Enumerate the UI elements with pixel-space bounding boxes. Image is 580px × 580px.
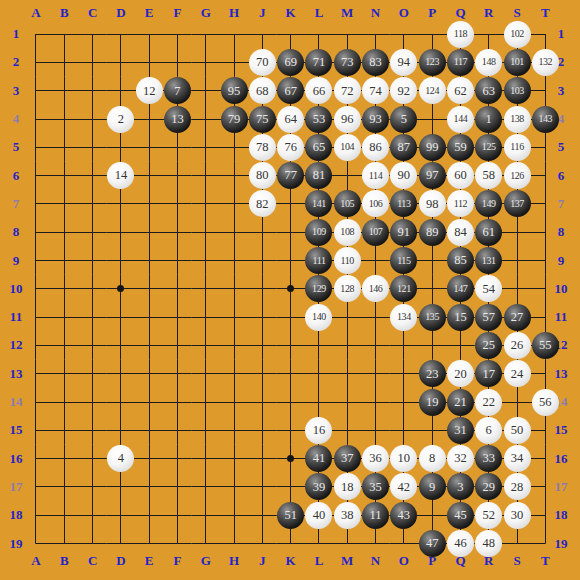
intersection-E9[interactable]: [135, 246, 163, 274]
intersection-D15[interactable]: [107, 416, 135, 444]
intersection-L13[interactable]: [305, 360, 333, 388]
intersection-Q19[interactable]: 46: [446, 529, 474, 557]
intersection-F10[interactable]: [163, 275, 191, 303]
intersection-H2[interactable]: [220, 48, 248, 76]
intersection-L4[interactable]: 53: [305, 105, 333, 133]
intersection-T14[interactable]: 56: [531, 388, 559, 416]
intersection-D18[interactable]: [107, 501, 135, 529]
intersection-P5[interactable]: 99: [418, 133, 446, 161]
intersection-N15[interactable]: [361, 416, 389, 444]
intersection-O6[interactable]: 90: [390, 162, 418, 190]
intersection-T13[interactable]: [531, 360, 559, 388]
intersection-P14[interactable]: 19: [418, 388, 446, 416]
intersection-T12[interactable]: 55: [531, 331, 559, 359]
intersection-K10[interactable]: [277, 275, 305, 303]
intersection-F12[interactable]: [163, 331, 191, 359]
intersection-A11[interactable]: [22, 303, 50, 331]
intersection-Q14[interactable]: 21: [446, 388, 474, 416]
intersection-K12[interactable]: [277, 331, 305, 359]
intersection-A17[interactable]: [22, 473, 50, 501]
intersection-C6[interactable]: [78, 162, 106, 190]
intersection-E15[interactable]: [135, 416, 163, 444]
intersection-K18[interactable]: 51: [277, 501, 305, 529]
intersection-N8[interactable]: 107: [361, 218, 389, 246]
intersection-J3[interactable]: 68: [248, 77, 276, 105]
intersection-G6[interactable]: [192, 162, 220, 190]
intersection-N19[interactable]: [361, 529, 389, 557]
intersection-G14[interactable]: [192, 388, 220, 416]
intersection-S5[interactable]: 116: [503, 133, 531, 161]
intersection-F14[interactable]: [163, 388, 191, 416]
intersection-H11[interactable]: [220, 303, 248, 331]
intersection-N13[interactable]: [361, 360, 389, 388]
intersection-P18[interactable]: [418, 501, 446, 529]
intersection-T11[interactable]: [531, 303, 559, 331]
intersection-C17[interactable]: [78, 473, 106, 501]
intersection-P1[interactable]: [418, 20, 446, 48]
intersection-B10[interactable]: [50, 275, 78, 303]
intersection-L16[interactable]: 41: [305, 445, 333, 473]
intersection-R15[interactable]: 6: [475, 416, 503, 444]
intersection-S9[interactable]: [503, 246, 531, 274]
intersection-Q11[interactable]: 15: [446, 303, 474, 331]
intersection-F16[interactable]: [163, 445, 191, 473]
intersection-P19[interactable]: 47: [418, 529, 446, 557]
intersection-D16[interactable]: 4: [107, 445, 135, 473]
intersection-F11[interactable]: [163, 303, 191, 331]
intersection-N4[interactable]: 93: [361, 105, 389, 133]
intersection-S14[interactable]: [503, 388, 531, 416]
intersection-M2[interactable]: 73: [333, 48, 361, 76]
intersection-B5[interactable]: [50, 133, 78, 161]
intersection-A15[interactable]: [22, 416, 50, 444]
intersection-G1[interactable]: [192, 20, 220, 48]
intersection-K15[interactable]: [277, 416, 305, 444]
intersection-L8[interactable]: 109: [305, 218, 333, 246]
intersection-L9[interactable]: 111: [305, 246, 333, 274]
intersection-D4[interactable]: 2: [107, 105, 135, 133]
intersection-J5[interactable]: 78: [248, 133, 276, 161]
intersection-O9[interactable]: 115: [390, 246, 418, 274]
intersection-C12[interactable]: [78, 331, 106, 359]
intersection-F13[interactable]: [163, 360, 191, 388]
intersection-Q8[interactable]: 84: [446, 218, 474, 246]
intersection-F18[interactable]: [163, 501, 191, 529]
intersection-K1[interactable]: [277, 20, 305, 48]
intersection-F19[interactable]: [163, 529, 191, 557]
intersection-L1[interactable]: [305, 20, 333, 48]
intersection-G15[interactable]: [192, 416, 220, 444]
intersection-L7[interactable]: 141: [305, 190, 333, 218]
intersection-E1[interactable]: [135, 20, 163, 48]
intersection-R4[interactable]: 1: [475, 105, 503, 133]
intersection-T9[interactable]: [531, 246, 559, 274]
intersection-H16[interactable]: [220, 445, 248, 473]
intersection-C3[interactable]: [78, 77, 106, 105]
intersection-S12[interactable]: 26: [503, 331, 531, 359]
intersection-S2[interactable]: 101: [503, 48, 531, 76]
intersection-S10[interactable]: [503, 275, 531, 303]
intersection-M3[interactable]: 72: [333, 77, 361, 105]
intersection-N18[interactable]: 11: [361, 501, 389, 529]
intersection-R1[interactable]: [475, 20, 503, 48]
intersection-E13[interactable]: [135, 360, 163, 388]
intersection-G8[interactable]: [192, 218, 220, 246]
intersection-P10[interactable]: [418, 275, 446, 303]
intersection-Q10[interactable]: 147: [446, 275, 474, 303]
intersection-T5[interactable]: [531, 133, 559, 161]
intersection-J8[interactable]: [248, 218, 276, 246]
intersection-K11[interactable]: [277, 303, 305, 331]
intersection-H3[interactable]: 95: [220, 77, 248, 105]
intersection-A2[interactable]: [22, 48, 50, 76]
intersection-F6[interactable]: [163, 162, 191, 190]
intersection-R7[interactable]: 149: [475, 190, 503, 218]
intersection-D11[interactable]: [107, 303, 135, 331]
intersection-H19[interactable]: [220, 529, 248, 557]
intersection-J1[interactable]: [248, 20, 276, 48]
intersection-H9[interactable]: [220, 246, 248, 274]
intersection-F7[interactable]: [163, 190, 191, 218]
intersection-A9[interactable]: [22, 246, 50, 274]
intersection-O8[interactable]: 91: [390, 218, 418, 246]
intersection-A13[interactable]: [22, 360, 50, 388]
intersection-G19[interactable]: [192, 529, 220, 557]
intersection-G3[interactable]: [192, 77, 220, 105]
intersection-B12[interactable]: [50, 331, 78, 359]
intersection-S13[interactable]: 24: [503, 360, 531, 388]
intersection-M17[interactable]: 18: [333, 473, 361, 501]
intersection-M6[interactable]: [333, 162, 361, 190]
intersection-R19[interactable]: 48: [475, 529, 503, 557]
intersection-Q6[interactable]: 60: [446, 162, 474, 190]
intersection-R11[interactable]: 57: [475, 303, 503, 331]
intersection-M15[interactable]: [333, 416, 361, 444]
intersection-F4[interactable]: 13: [163, 105, 191, 133]
intersection-Q13[interactable]: 20: [446, 360, 474, 388]
intersection-R8[interactable]: 61: [475, 218, 503, 246]
intersection-P16[interactable]: 8: [418, 445, 446, 473]
intersection-J11[interactable]: [248, 303, 276, 331]
intersection-L18[interactable]: 40: [305, 501, 333, 529]
intersection-K16[interactable]: [277, 445, 305, 473]
intersection-J6[interactable]: 80: [248, 162, 276, 190]
intersection-S19[interactable]: [503, 529, 531, 557]
intersection-F2[interactable]: [163, 48, 191, 76]
intersection-B14[interactable]: [50, 388, 78, 416]
intersection-Q5[interactable]: 59: [446, 133, 474, 161]
intersection-K9[interactable]: [277, 246, 305, 274]
intersection-B13[interactable]: [50, 360, 78, 388]
intersection-B2[interactable]: [50, 48, 78, 76]
intersection-Q2[interactable]: 117: [446, 48, 474, 76]
intersection-E18[interactable]: [135, 501, 163, 529]
intersection-H6[interactable]: [220, 162, 248, 190]
intersection-B19[interactable]: [50, 529, 78, 557]
intersection-L5[interactable]: 65: [305, 133, 333, 161]
intersection-K4[interactable]: 64: [277, 105, 305, 133]
intersection-A5[interactable]: [22, 133, 50, 161]
intersection-R9[interactable]: 131: [475, 246, 503, 274]
intersection-M4[interactable]: 96: [333, 105, 361, 133]
intersection-L2[interactable]: 71: [305, 48, 333, 76]
intersection-S1[interactable]: 102: [503, 20, 531, 48]
intersection-L12[interactable]: [305, 331, 333, 359]
intersection-D3[interactable]: [107, 77, 135, 105]
intersection-R5[interactable]: 125: [475, 133, 503, 161]
intersection-C7[interactable]: [78, 190, 106, 218]
intersection-T4[interactable]: 143: [531, 105, 559, 133]
intersection-N11[interactable]: [361, 303, 389, 331]
intersection-O11[interactable]: 134: [390, 303, 418, 331]
intersection-Q7[interactable]: 112: [446, 190, 474, 218]
intersection-N9[interactable]: [361, 246, 389, 274]
intersection-S11[interactable]: 27: [503, 303, 531, 331]
intersection-L15[interactable]: 16: [305, 416, 333, 444]
intersection-A7[interactable]: [22, 190, 50, 218]
intersection-P3[interactable]: 124: [418, 77, 446, 105]
intersection-T7[interactable]: [531, 190, 559, 218]
intersection-M9[interactable]: 110: [333, 246, 361, 274]
intersection-G17[interactable]: [192, 473, 220, 501]
intersection-E2[interactable]: [135, 48, 163, 76]
intersection-F17[interactable]: [163, 473, 191, 501]
intersection-M11[interactable]: [333, 303, 361, 331]
intersection-D10[interactable]: [107, 275, 135, 303]
intersection-J2[interactable]: 70: [248, 48, 276, 76]
intersection-H5[interactable]: [220, 133, 248, 161]
intersection-O13[interactable]: [390, 360, 418, 388]
intersection-R18[interactable]: 52: [475, 501, 503, 529]
intersection-D14[interactable]: [107, 388, 135, 416]
intersection-J4[interactable]: 75: [248, 105, 276, 133]
intersection-T16[interactable]: [531, 445, 559, 473]
intersection-J17[interactable]: [248, 473, 276, 501]
intersection-H17[interactable]: [220, 473, 248, 501]
intersection-Q17[interactable]: 3: [446, 473, 474, 501]
intersection-S16[interactable]: 34: [503, 445, 531, 473]
intersection-N14[interactable]: [361, 388, 389, 416]
intersection-L17[interactable]: 39: [305, 473, 333, 501]
intersection-M8[interactable]: 108: [333, 218, 361, 246]
intersection-F5[interactable]: [163, 133, 191, 161]
intersection-O2[interactable]: 94: [390, 48, 418, 76]
intersection-B3[interactable]: [50, 77, 78, 105]
intersection-O14[interactable]: [390, 388, 418, 416]
intersection-N10[interactable]: 146: [361, 275, 389, 303]
intersection-G18[interactable]: [192, 501, 220, 529]
intersection-N1[interactable]: [361, 20, 389, 48]
intersection-S7[interactable]: 137: [503, 190, 531, 218]
intersection-P4[interactable]: [418, 105, 446, 133]
intersection-A16[interactable]: [22, 445, 50, 473]
intersection-G16[interactable]: [192, 445, 220, 473]
intersection-M7[interactable]: 105: [333, 190, 361, 218]
intersection-G4[interactable]: [192, 105, 220, 133]
intersection-K14[interactable]: [277, 388, 305, 416]
intersection-N7[interactable]: 106: [361, 190, 389, 218]
intersection-M5[interactable]: 104: [333, 133, 361, 161]
intersection-A8[interactable]: [22, 218, 50, 246]
intersection-D1[interactable]: [107, 20, 135, 48]
intersection-H7[interactable]: [220, 190, 248, 218]
intersection-B17[interactable]: [50, 473, 78, 501]
intersection-G10[interactable]: [192, 275, 220, 303]
intersection-K5[interactable]: 76: [277, 133, 305, 161]
intersection-N6[interactable]: 114: [361, 162, 389, 190]
intersection-T15[interactable]: [531, 416, 559, 444]
intersection-B8[interactable]: [50, 218, 78, 246]
intersection-J14[interactable]: [248, 388, 276, 416]
intersection-J18[interactable]: [248, 501, 276, 529]
intersection-P17[interactable]: 9: [418, 473, 446, 501]
intersection-E6[interactable]: [135, 162, 163, 190]
intersection-H4[interactable]: 79: [220, 105, 248, 133]
intersection-O5[interactable]: 87: [390, 133, 418, 161]
intersection-T10[interactable]: [531, 275, 559, 303]
intersection-Q3[interactable]: 62: [446, 77, 474, 105]
intersection-K17[interactable]: [277, 473, 305, 501]
intersection-G2[interactable]: [192, 48, 220, 76]
intersection-S17[interactable]: 28: [503, 473, 531, 501]
intersection-K19[interactable]: [277, 529, 305, 557]
intersection-A3[interactable]: [22, 77, 50, 105]
intersection-A10[interactable]: [22, 275, 50, 303]
intersection-J9[interactable]: [248, 246, 276, 274]
intersection-A19[interactable]: [22, 529, 50, 557]
intersection-E19[interactable]: [135, 529, 163, 557]
intersection-D6[interactable]: 14: [107, 162, 135, 190]
intersection-T2[interactable]: 132: [531, 48, 559, 76]
intersection-N5[interactable]: 86: [361, 133, 389, 161]
intersection-P12[interactable]: [418, 331, 446, 359]
intersection-C11[interactable]: [78, 303, 106, 331]
intersection-A14[interactable]: [22, 388, 50, 416]
intersection-J19[interactable]: [248, 529, 276, 557]
intersection-S18[interactable]: 30: [503, 501, 531, 529]
intersection-R12[interactable]: 25: [475, 331, 503, 359]
intersection-E8[interactable]: [135, 218, 163, 246]
intersection-D2[interactable]: [107, 48, 135, 76]
intersection-J10[interactable]: [248, 275, 276, 303]
intersection-K7[interactable]: [277, 190, 305, 218]
intersection-R16[interactable]: 33: [475, 445, 503, 473]
intersection-O17[interactable]: 42: [390, 473, 418, 501]
intersection-D7[interactable]: [107, 190, 135, 218]
intersection-A6[interactable]: [22, 162, 50, 190]
intersection-O1[interactable]: [390, 20, 418, 48]
intersection-B15[interactable]: [50, 416, 78, 444]
intersection-S15[interactable]: 50: [503, 416, 531, 444]
intersection-N17[interactable]: 35: [361, 473, 389, 501]
intersection-L11[interactable]: 140: [305, 303, 333, 331]
intersection-M1[interactable]: [333, 20, 361, 48]
intersection-F8[interactable]: [163, 218, 191, 246]
intersection-D9[interactable]: [107, 246, 135, 274]
intersection-O16[interactable]: 10: [390, 445, 418, 473]
intersection-N2[interactable]: 83: [361, 48, 389, 76]
intersection-E17[interactable]: [135, 473, 163, 501]
intersection-T19[interactable]: [531, 529, 559, 557]
intersection-O3[interactable]: 92: [390, 77, 418, 105]
intersection-C16[interactable]: [78, 445, 106, 473]
intersection-C10[interactable]: [78, 275, 106, 303]
intersection-C9[interactable]: [78, 246, 106, 274]
intersection-S3[interactable]: 103: [503, 77, 531, 105]
intersection-D12[interactable]: [107, 331, 135, 359]
intersection-M13[interactable]: [333, 360, 361, 388]
intersection-G11[interactable]: [192, 303, 220, 331]
intersection-R6[interactable]: 58: [475, 162, 503, 190]
intersection-F1[interactable]: [163, 20, 191, 48]
intersection-M14[interactable]: [333, 388, 361, 416]
intersection-L3[interactable]: 66: [305, 77, 333, 105]
intersection-M12[interactable]: [333, 331, 361, 359]
intersection-C1[interactable]: [78, 20, 106, 48]
intersection-B16[interactable]: [50, 445, 78, 473]
intersection-G5[interactable]: [192, 133, 220, 161]
intersection-Q1[interactable]: 118: [446, 20, 474, 48]
intersection-Q15[interactable]: 31: [446, 416, 474, 444]
intersection-Q12[interactable]: [446, 331, 474, 359]
intersection-Q4[interactable]: 144: [446, 105, 474, 133]
intersection-N12[interactable]: [361, 331, 389, 359]
intersection-J7[interactable]: 82: [248, 190, 276, 218]
intersection-G12[interactable]: [192, 331, 220, 359]
intersection-P11[interactable]: 135: [418, 303, 446, 331]
intersection-O4[interactable]: 5: [390, 105, 418, 133]
intersection-H12[interactable]: [220, 331, 248, 359]
intersection-A1[interactable]: [22, 20, 50, 48]
intersection-O7[interactable]: 113: [390, 190, 418, 218]
intersection-H14[interactable]: [220, 388, 248, 416]
intersection-K6[interactable]: 77: [277, 162, 305, 190]
intersection-A18[interactable]: [22, 501, 50, 529]
intersection-D19[interactable]: [107, 529, 135, 557]
intersection-C4[interactable]: [78, 105, 106, 133]
intersection-B4[interactable]: [50, 105, 78, 133]
intersection-B7[interactable]: [50, 190, 78, 218]
intersection-E4[interactable]: [135, 105, 163, 133]
intersection-L19[interactable]: [305, 529, 333, 557]
intersection-H18[interactable]: [220, 501, 248, 529]
intersection-L10[interactable]: 129: [305, 275, 333, 303]
intersection-T18[interactable]: [531, 501, 559, 529]
intersection-R10[interactable]: 54: [475, 275, 503, 303]
intersection-Q16[interactable]: 32: [446, 445, 474, 473]
intersection-C5[interactable]: [78, 133, 106, 161]
intersection-B6[interactable]: [50, 162, 78, 190]
intersection-H1[interactable]: [220, 20, 248, 48]
intersection-P2[interactable]: 123: [418, 48, 446, 76]
intersection-K2[interactable]: 69: [277, 48, 305, 76]
intersection-R3[interactable]: 63: [475, 77, 503, 105]
intersection-T1[interactable]: [531, 20, 559, 48]
intersection-T8[interactable]: [531, 218, 559, 246]
intersection-M19[interactable]: [333, 529, 361, 557]
intersection-S4[interactable]: 138: [503, 105, 531, 133]
intersection-J13[interactable]: [248, 360, 276, 388]
intersection-R17[interactable]: 29: [475, 473, 503, 501]
intersection-R14[interactable]: 22: [475, 388, 503, 416]
intersection-C15[interactable]: [78, 416, 106, 444]
intersection-O19[interactable]: [390, 529, 418, 557]
intersection-S6[interactable]: 126: [503, 162, 531, 190]
intersection-M10[interactable]: 128: [333, 275, 361, 303]
intersection-K3[interactable]: 67: [277, 77, 305, 105]
intersection-C18[interactable]: [78, 501, 106, 529]
intersection-Q9[interactable]: 85: [446, 246, 474, 274]
